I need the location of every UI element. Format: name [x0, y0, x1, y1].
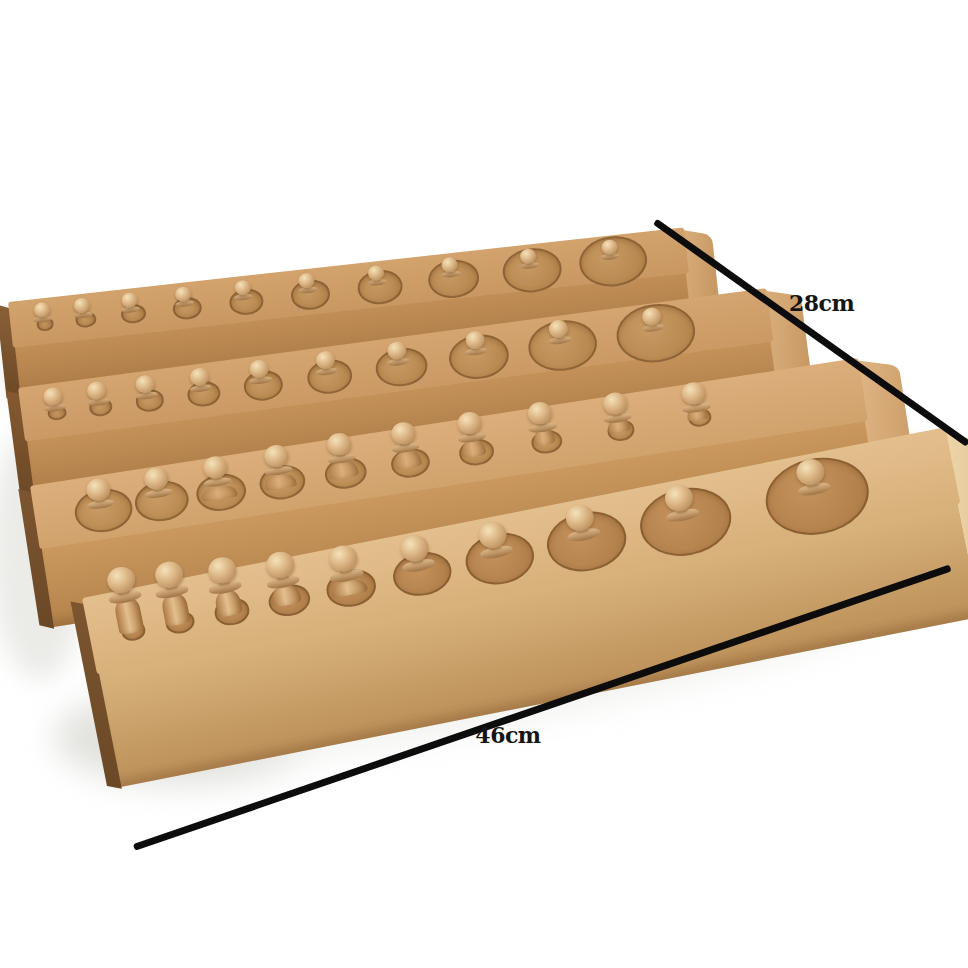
- dimension-label-46cm: 46cm: [462, 722, 554, 748]
- dimension-label-28cm: 28cm: [789, 290, 851, 316]
- product-photo-canvas: 46cm 28cm: [0, 0, 968, 968]
